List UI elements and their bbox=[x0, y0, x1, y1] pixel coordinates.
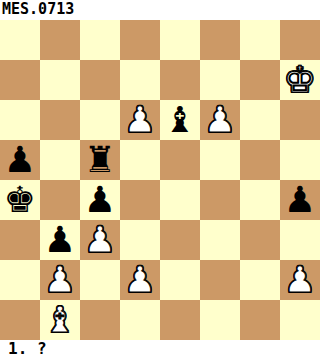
piece-white-bishop: ♝ bbox=[44, 300, 76, 340]
square-h7[interactable]: ♚ bbox=[280, 60, 320, 100]
piece-black-pawn: ♟ bbox=[44, 220, 76, 260]
square-h3[interactable] bbox=[280, 220, 320, 260]
piece-black-rook: ♜ bbox=[84, 140, 116, 180]
square-d4[interactable] bbox=[120, 180, 160, 220]
chess-diagram: MES.0713 ♚♟♝♟♟♜♚♟♟♟♟♟♟♟♝ 1. ? bbox=[0, 0, 320, 360]
square-a5[interactable]: ♟ bbox=[0, 140, 40, 180]
piece-white-pawn: ♟ bbox=[84, 220, 116, 260]
square-d2[interactable]: ♟ bbox=[120, 260, 160, 300]
square-a8[interactable] bbox=[0, 20, 40, 60]
square-d7[interactable] bbox=[120, 60, 160, 100]
square-b8[interactable] bbox=[40, 20, 80, 60]
square-g2[interactable] bbox=[240, 260, 280, 300]
square-b4[interactable] bbox=[40, 180, 80, 220]
square-e2[interactable] bbox=[160, 260, 200, 300]
square-h4[interactable]: ♟ bbox=[280, 180, 320, 220]
square-a1[interactable] bbox=[0, 300, 40, 340]
piece-white-pawn: ♟ bbox=[44, 260, 76, 300]
square-g3[interactable] bbox=[240, 220, 280, 260]
square-g1[interactable] bbox=[240, 300, 280, 340]
square-c6[interactable] bbox=[80, 100, 120, 140]
square-c7[interactable] bbox=[80, 60, 120, 100]
square-e5[interactable] bbox=[160, 140, 200, 180]
square-h6[interactable] bbox=[280, 100, 320, 140]
square-e4[interactable] bbox=[160, 180, 200, 220]
square-b1[interactable]: ♝ bbox=[40, 300, 80, 340]
square-c4[interactable]: ♟ bbox=[80, 180, 120, 220]
piece-black-pawn: ♟ bbox=[284, 180, 316, 220]
piece-black-pawn: ♟ bbox=[4, 140, 36, 180]
square-d3[interactable] bbox=[120, 220, 160, 260]
square-c8[interactable] bbox=[80, 20, 120, 60]
piece-white-pawn: ♟ bbox=[204, 100, 236, 140]
square-a2[interactable] bbox=[0, 260, 40, 300]
square-a6[interactable] bbox=[0, 100, 40, 140]
square-d6[interactable]: ♟ bbox=[120, 100, 160, 140]
square-c3[interactable]: ♟ bbox=[80, 220, 120, 260]
square-g8[interactable] bbox=[240, 20, 280, 60]
move-prompt: 1. ? bbox=[0, 340, 320, 360]
piece-white-pawn: ♟ bbox=[124, 100, 156, 140]
square-g4[interactable] bbox=[240, 180, 280, 220]
piece-black-king: ♚ bbox=[4, 180, 36, 220]
square-f6[interactable]: ♟ bbox=[200, 100, 240, 140]
square-d5[interactable] bbox=[120, 140, 160, 180]
square-h1[interactable] bbox=[280, 300, 320, 340]
square-e7[interactable] bbox=[160, 60, 200, 100]
study-title: MES.0713 bbox=[0, 0, 320, 20]
chess-board: ♚♟♝♟♟♜♚♟♟♟♟♟♟♟♝ bbox=[0, 20, 320, 340]
square-e1[interactable] bbox=[160, 300, 200, 340]
square-g6[interactable] bbox=[240, 100, 280, 140]
square-a7[interactable] bbox=[0, 60, 40, 100]
square-d1[interactable] bbox=[120, 300, 160, 340]
square-f5[interactable] bbox=[200, 140, 240, 180]
square-f8[interactable] bbox=[200, 20, 240, 60]
square-c2[interactable] bbox=[80, 260, 120, 300]
square-f3[interactable] bbox=[200, 220, 240, 260]
square-e6[interactable]: ♝ bbox=[160, 100, 200, 140]
square-c1[interactable] bbox=[80, 300, 120, 340]
square-g7[interactable] bbox=[240, 60, 280, 100]
square-e8[interactable] bbox=[160, 20, 200, 60]
square-a4[interactable]: ♚ bbox=[0, 180, 40, 220]
square-e3[interactable] bbox=[160, 220, 200, 260]
square-d8[interactable] bbox=[120, 20, 160, 60]
piece-white-pawn: ♟ bbox=[284, 260, 316, 300]
piece-white-pawn: ♟ bbox=[124, 260, 156, 300]
piece-black-bishop: ♝ bbox=[164, 100, 196, 140]
square-b2[interactable]: ♟ bbox=[40, 260, 80, 300]
piece-white-king: ♚ bbox=[284, 60, 316, 100]
square-b3[interactable]: ♟ bbox=[40, 220, 80, 260]
square-h8[interactable] bbox=[280, 20, 320, 60]
square-g5[interactable] bbox=[240, 140, 280, 180]
square-f1[interactable] bbox=[200, 300, 240, 340]
square-b7[interactable] bbox=[40, 60, 80, 100]
square-c5[interactable]: ♜ bbox=[80, 140, 120, 180]
square-f4[interactable] bbox=[200, 180, 240, 220]
piece-black-pawn: ♟ bbox=[84, 180, 116, 220]
square-f7[interactable] bbox=[200, 60, 240, 100]
square-h2[interactable]: ♟ bbox=[280, 260, 320, 300]
square-f2[interactable] bbox=[200, 260, 240, 300]
square-h5[interactable] bbox=[280, 140, 320, 180]
square-b5[interactable] bbox=[40, 140, 80, 180]
square-b6[interactable] bbox=[40, 100, 80, 140]
square-a3[interactable] bbox=[0, 220, 40, 260]
